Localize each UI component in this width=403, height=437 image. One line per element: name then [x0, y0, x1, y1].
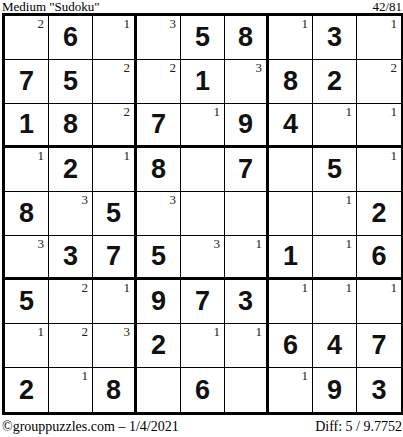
- cell-r1c9[interactable]: 1: [357, 16, 401, 60]
- given-digit: 2: [371, 200, 386, 227]
- pencil-mark: 1: [124, 281, 131, 294]
- pencil-mark: 1: [391, 17, 398, 30]
- cell-r3c9[interactable]: 1: [357, 104, 401, 148]
- cell-r5c4[interactable]: 3: [137, 192, 181, 236]
- copyright-text: ©grouppuzzles.com – 1/4/2021: [2, 419, 179, 434]
- given-digit: 9: [151, 288, 166, 315]
- pencil-mark: 1: [124, 149, 131, 162]
- pencil-mark: 1: [302, 369, 309, 382]
- cell-r6c4[interactable]: 5: [137, 236, 181, 280]
- pencil-mark: 1: [256, 237, 263, 250]
- cell-r1c5[interactable]: 5: [181, 16, 225, 60]
- cell-r2c7[interactable]: 8: [269, 60, 313, 104]
- cell-r5c1[interactable]: 8: [5, 192, 49, 236]
- cell-r5c6[interactable]: [225, 192, 269, 236]
- cell-r5c7[interactable]: [269, 192, 313, 236]
- pencil-mark: 1: [214, 325, 221, 338]
- cell-r4c5[interactable]: [181, 148, 225, 192]
- pencil-mark: 2: [38, 17, 45, 30]
- given-digit: 3: [238, 288, 253, 315]
- cell-r7c6[interactable]: 3: [225, 280, 269, 324]
- pencil-mark: 1: [302, 281, 309, 294]
- given-digit: 5: [106, 200, 121, 227]
- cell-r1c4[interactable]: 3: [137, 16, 181, 60]
- given-digit: 2: [151, 332, 166, 359]
- cell-r1c8[interactable]: 3: [313, 16, 357, 60]
- pencil-mark: 1: [214, 105, 221, 118]
- cell-r4c9[interactable]: 1: [357, 148, 401, 192]
- pencil-mark: 1: [346, 237, 353, 250]
- given-digit: 4: [283, 111, 298, 138]
- cell-r5c8[interactable]: 1: [313, 192, 357, 236]
- given-digit: 8: [106, 377, 121, 404]
- cell-r5c9[interactable]: 2: [357, 192, 401, 236]
- cell-r9c1[interactable]: 2: [5, 368, 49, 412]
- cell-r5c3[interactable]: 5: [93, 192, 137, 236]
- cell-r6c1[interactable]: 3: [5, 236, 49, 280]
- cell-r7c2[interactable]: 2: [49, 280, 93, 324]
- cell-r9c6[interactable]: [225, 368, 269, 412]
- cell-r3c3[interactable]: 2: [93, 104, 137, 148]
- pencil-mark: 1: [38, 149, 45, 162]
- cell-r6c7[interactable]: 1: [269, 236, 313, 280]
- given-digit: 5: [151, 243, 166, 270]
- pencil-mark: 2: [124, 105, 131, 118]
- given-digit: 1: [195, 68, 210, 95]
- cell-r7c1[interactable]: 5: [5, 280, 49, 324]
- cell-r2c3[interactable]: 2: [93, 60, 137, 104]
- cell-r7c7[interactable]: 1: [269, 280, 313, 324]
- given-digit: 7: [371, 332, 386, 359]
- puzzle-page: Medium "Sudoku" 42/81 261358131752213822…: [0, 0, 403, 437]
- cell-r9c8[interactable]: 9: [313, 368, 357, 412]
- given-digit: 2: [19, 377, 34, 404]
- cell-r2c5[interactable]: 1: [181, 60, 225, 104]
- given-digit: 7: [106, 243, 121, 270]
- given-digit: 7: [238, 156, 253, 183]
- given-digit: 9: [238, 111, 253, 138]
- pencil-mark: 2: [82, 325, 89, 338]
- given-digit: 1: [283, 243, 298, 270]
- footer: ©grouppuzzles.com – 1/4/2021 Diff: 5 / 9…: [2, 419, 402, 434]
- given-digit: 9: [327, 377, 342, 404]
- given-digit: 5: [327, 156, 342, 183]
- given-digit: 5: [19, 288, 34, 315]
- pencil-mark: 3: [170, 193, 177, 206]
- cell-r8c1[interactable]: 1: [5, 324, 49, 368]
- cell-r6c9[interactable]: 6: [357, 236, 401, 280]
- cell-r4c1[interactable]: 1: [5, 148, 49, 192]
- cell-r5c5[interactable]: [181, 192, 225, 236]
- given-digit: 7: [19, 68, 34, 95]
- pencil-mark: 1: [391, 281, 398, 294]
- given-digit: 4: [327, 332, 342, 359]
- difficulty-text: Diff: 5 / 9.7752: [315, 419, 402, 434]
- pencil-mark: 1: [391, 149, 398, 162]
- cell-r9c2[interactable]: 1: [49, 368, 93, 412]
- cell-r2c6[interactable]: 3: [225, 60, 269, 104]
- given-digit: 2: [327, 68, 342, 95]
- given-digit: 8: [283, 68, 298, 95]
- pencil-mark: 1: [256, 325, 263, 338]
- pencil-mark: 2: [124, 61, 131, 74]
- sudoku-board: 2613581317522138221827194111218751835312…: [2, 13, 403, 415]
- cells-remaining-counter: 42/81: [372, 0, 402, 13]
- cell-r8c3[interactable]: 3: [93, 324, 137, 368]
- pencil-mark: 1: [391, 105, 398, 118]
- pencil-mark: 2: [82, 281, 89, 294]
- cell-r8c9[interactable]: 7: [357, 324, 401, 368]
- cell-r8c4[interactable]: 2: [137, 324, 181, 368]
- cell-r3c5[interactable]: 1: [181, 104, 225, 148]
- given-digit: 5: [63, 68, 78, 95]
- given-digit: 6: [63, 24, 78, 51]
- cell-r4c3[interactable]: 1: [93, 148, 137, 192]
- pencil-mark: 3: [256, 61, 263, 74]
- pencil-mark: 3: [170, 17, 177, 30]
- cell-r8c7[interactable]: 6: [269, 324, 313, 368]
- cell-r8c2[interactable]: 2: [49, 324, 93, 368]
- pencil-mark: 3: [38, 237, 45, 250]
- cell-r3c8[interactable]: 1: [313, 104, 357, 148]
- cell-r7c5[interactable]: 7: [181, 280, 225, 324]
- cell-r2c1[interactable]: 7: [5, 60, 49, 104]
- cell-r1c7[interactable]: 1: [269, 16, 313, 60]
- pencil-mark: 1: [38, 325, 45, 338]
- cell-r8c5[interactable]: 1: [181, 324, 225, 368]
- cell-r9c3[interactable]: 8: [93, 368, 137, 412]
- cell-r7c4[interactable]: 9: [137, 280, 181, 324]
- cell-r4c7[interactable]: [269, 148, 313, 192]
- cell-r8c6[interactable]: 1: [225, 324, 269, 368]
- cell-r6c3[interactable]: 7: [93, 236, 137, 280]
- pencil-mark: 1: [346, 193, 353, 206]
- cell-r6c8[interactable]: 1: [313, 236, 357, 280]
- cell-r4c2[interactable]: 2: [49, 148, 93, 192]
- given-digit: 8: [238, 24, 253, 51]
- puzzle-title: Medium "Sudoku": [2, 0, 100, 13]
- cell-r2c2[interactable]: 5: [49, 60, 93, 104]
- cell-r4c8[interactable]: 5: [313, 148, 357, 192]
- cell-r2c8[interactable]: 2: [313, 60, 357, 104]
- cell-r9c4[interactable]: [137, 368, 181, 412]
- given-digit: 7: [151, 111, 166, 138]
- cell-r1c2[interactable]: 6: [49, 16, 93, 60]
- cell-r6c6[interactable]: 1: [225, 236, 269, 280]
- given-digit: 3: [327, 24, 342, 51]
- cell-r3c1[interactable]: 1: [5, 104, 49, 148]
- pencil-mark: 1: [346, 105, 353, 118]
- given-digit: 7: [195, 288, 210, 315]
- given-digit: 2: [63, 156, 78, 183]
- given-digit: 6: [283, 332, 298, 359]
- pencil-mark: 1: [124, 17, 131, 30]
- pencil-mark: 3: [124, 325, 131, 338]
- cell-r9c5[interactable]: 6: [181, 368, 225, 412]
- given-digit: 8: [151, 156, 166, 183]
- cell-r5c2[interactable]: 3: [49, 192, 93, 236]
- cell-r9c7[interactable]: 1: [269, 368, 313, 412]
- given-digit: 8: [19, 200, 34, 227]
- given-digit: 6: [195, 377, 210, 404]
- pencil-mark: 3: [82, 193, 89, 206]
- cell-r3c7[interactable]: 4: [269, 104, 313, 148]
- cell-r1c6[interactable]: 8: [225, 16, 269, 60]
- cell-r6c5[interactable]: 3: [181, 236, 225, 280]
- cell-r2c4[interactable]: 2: [137, 60, 181, 104]
- cell-r8c8[interactable]: 4: [313, 324, 357, 368]
- cell-r4c6[interactable]: 7: [225, 148, 269, 192]
- cell-r7c9[interactable]: 1: [357, 280, 401, 324]
- pencil-mark: 2: [391, 61, 398, 74]
- given-digit: 3: [371, 377, 386, 404]
- cell-r1c1[interactable]: 2: [5, 16, 49, 60]
- cell-r3c2[interactable]: 8: [49, 104, 93, 148]
- cell-r7c8[interactable]: 1: [313, 280, 357, 324]
- pencil-mark: 2: [170, 61, 177, 74]
- pencil-mark: 1: [82, 369, 89, 382]
- given-digit: 8: [63, 111, 78, 138]
- given-digit: 1: [19, 111, 34, 138]
- cell-r9c9[interactable]: 3: [357, 368, 401, 412]
- cell-r6c2[interactable]: 3: [49, 236, 93, 280]
- cell-r3c4[interactable]: 7: [137, 104, 181, 148]
- header: Medium "Sudoku" 42/81: [2, 0, 402, 13]
- given-digit: 3: [63, 243, 78, 270]
- pencil-mark: 3: [214, 237, 221, 250]
- cell-r7c3[interactable]: 1: [93, 280, 137, 324]
- cell-r3c6[interactable]: 9: [225, 104, 269, 148]
- given-digit: 6: [371, 243, 386, 270]
- given-digit: 5: [195, 24, 210, 51]
- cell-r4c4[interactable]: 8: [137, 148, 181, 192]
- pencil-mark: 1: [302, 17, 309, 30]
- cell-r1c3[interactable]: 1: [93, 16, 137, 60]
- cell-r2c9[interactable]: 2: [357, 60, 401, 104]
- pencil-mark: 1: [346, 281, 353, 294]
